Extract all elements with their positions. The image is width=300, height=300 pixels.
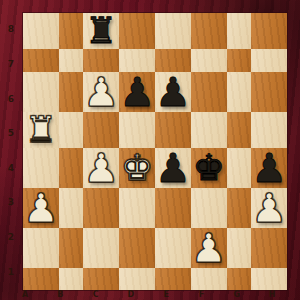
piece-black-king-f4[interactable]: ♚ xyxy=(193,150,225,186)
square-h8[interactable] xyxy=(251,13,287,49)
square-g7[interactable] xyxy=(227,49,251,72)
rank-label-1: 1 xyxy=(0,267,22,277)
square-h4[interactable]: ♟ xyxy=(251,148,287,188)
square-b4[interactable] xyxy=(59,148,83,188)
square-b6[interactable] xyxy=(59,72,83,112)
square-g5[interactable] xyxy=(227,112,251,148)
square-b7[interactable] xyxy=(59,49,83,72)
rank-label-5: 5 xyxy=(0,128,22,138)
square-e3[interactable] xyxy=(155,188,191,228)
piece-black-rook-c8[interactable]: ♜ xyxy=(85,13,117,49)
square-e2[interactable] xyxy=(155,228,191,268)
square-f5[interactable] xyxy=(191,112,227,148)
square-g4[interactable] xyxy=(227,148,251,188)
square-g6[interactable] xyxy=(227,72,251,112)
square-c6[interactable]: ♟ xyxy=(83,72,119,112)
piece-black-pawn-d6[interactable]: ♟ xyxy=(119,72,155,112)
square-c1[interactable] xyxy=(83,268,119,291)
piece-white-pawn-c4[interactable]: ♟ xyxy=(83,148,119,188)
square-d1[interactable] xyxy=(119,268,155,291)
file-label-g: G xyxy=(230,290,244,300)
square-d5[interactable] xyxy=(119,112,155,148)
square-g2[interactable] xyxy=(227,228,251,268)
square-c5[interactable] xyxy=(83,112,119,148)
square-d4[interactable]: ♚ xyxy=(119,148,155,188)
square-b1[interactable] xyxy=(59,268,83,291)
square-f2[interactable]: ♟ xyxy=(191,228,227,268)
rank-label-2: 2 xyxy=(0,232,22,242)
square-b3[interactable] xyxy=(59,188,83,228)
square-g1[interactable] xyxy=(227,268,251,291)
rank-label-6: 6 xyxy=(0,94,22,104)
rank-label-3: 3 xyxy=(0,197,22,207)
square-h6[interactable] xyxy=(251,72,287,112)
square-f7[interactable] xyxy=(191,49,227,72)
rank-label-4: 4 xyxy=(0,163,22,173)
piece-white-pawn-h3[interactable]: ♟ xyxy=(251,188,287,228)
piece-white-pawn-c6[interactable]: ♟ xyxy=(83,72,119,112)
square-a1[interactable] xyxy=(23,268,59,291)
square-a6[interactable] xyxy=(23,72,59,112)
square-a3[interactable]: ♟ xyxy=(23,188,59,228)
square-d3[interactable] xyxy=(119,188,155,228)
piece-black-pawn-h4[interactable]: ♟ xyxy=(251,148,287,188)
square-f8[interactable] xyxy=(191,13,227,49)
square-a4[interactable] xyxy=(23,148,59,188)
piece-black-pawn-e6[interactable]: ♟ xyxy=(155,72,191,112)
square-b8[interactable] xyxy=(59,13,83,49)
file-label-a: A xyxy=(18,290,32,300)
square-b5[interactable] xyxy=(59,112,83,148)
file-label-f: F xyxy=(195,290,209,300)
square-c2[interactable] xyxy=(83,228,119,268)
file-label-e: E xyxy=(159,290,173,300)
square-c8[interactable]: ♜ xyxy=(83,13,119,49)
square-h7[interactable] xyxy=(251,49,287,72)
square-a2[interactable] xyxy=(23,228,59,268)
square-f6[interactable] xyxy=(191,72,227,112)
square-c3[interactable] xyxy=(83,188,119,228)
square-h3[interactable]: ♟ xyxy=(251,188,287,228)
square-h1[interactable] xyxy=(251,268,287,291)
piece-white-king-d4[interactable]: ♚ xyxy=(121,150,153,186)
piece-white-rook-a5[interactable]: ♜ xyxy=(25,112,57,148)
square-d6[interactable]: ♟ xyxy=(119,72,155,112)
square-b2[interactable] xyxy=(59,228,83,268)
square-f3[interactable] xyxy=(191,188,227,228)
square-a7[interactable] xyxy=(23,49,59,72)
square-c4[interactable]: ♟ xyxy=(83,148,119,188)
square-e5[interactable] xyxy=(155,112,191,148)
piece-white-pawn-f2[interactable]: ♟ xyxy=(191,228,227,268)
square-a5[interactable]: ♜ xyxy=(23,112,59,148)
square-f4[interactable]: ♚ xyxy=(191,148,227,188)
square-e1[interactable] xyxy=(155,268,191,291)
square-e6[interactable]: ♟ xyxy=(155,72,191,112)
piece-white-pawn-a3[interactable]: ♟ xyxy=(23,188,59,228)
square-e4[interactable]: ♟ xyxy=(155,148,191,188)
piece-black-pawn-e4[interactable]: ♟ xyxy=(155,148,191,188)
square-h2[interactable] xyxy=(251,228,287,268)
square-a8[interactable] xyxy=(23,13,59,49)
rank-label-8: 8 xyxy=(0,24,22,34)
square-g3[interactable] xyxy=(227,188,251,228)
square-f1[interactable] xyxy=(191,268,227,291)
chess-diagram: ♜♟♟♟♜♟♚♟♚♟♟♟♟ 87654321ABCDEFGH xyxy=(0,0,300,300)
square-d8[interactable] xyxy=(119,13,155,49)
file-label-d: D xyxy=(124,290,138,300)
rank-label-7: 7 xyxy=(0,59,22,69)
square-g8[interactable] xyxy=(227,13,251,49)
square-h5[interactable] xyxy=(251,112,287,148)
chess-board: ♜♟♟♟♜♟♚♟♚♟♟♟♟ xyxy=(23,13,287,290)
file-label-b: B xyxy=(53,290,67,300)
file-label-c: C xyxy=(89,290,103,300)
square-d2[interactable] xyxy=(119,228,155,268)
file-label-h: H xyxy=(265,290,279,300)
square-e8[interactable] xyxy=(155,13,191,49)
